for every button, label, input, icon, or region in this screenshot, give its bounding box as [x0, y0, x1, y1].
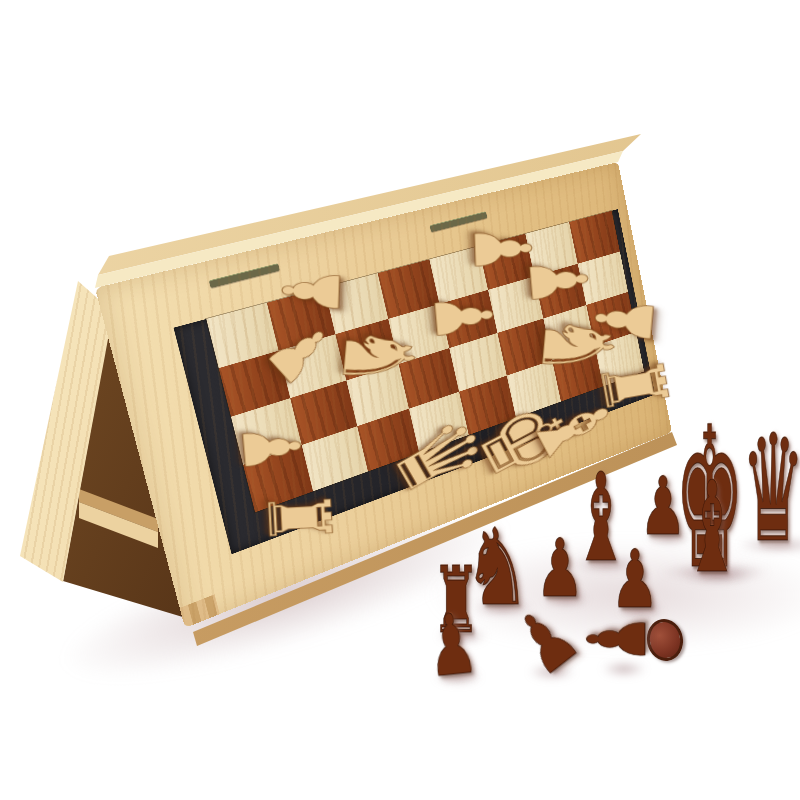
square-r1c1: [278, 334, 345, 398]
piece-contact-shadow: [602, 662, 646, 676]
square-r2c5: [497, 319, 552, 376]
square-r2c2: [346, 364, 409, 426]
checkerboard: [206, 211, 644, 513]
square-r1c4: [439, 290, 497, 348]
pieces-ground-shadow: [430, 540, 800, 650]
square-r2c0: [231, 398, 301, 465]
square-r1c3: [388, 304, 449, 364]
square-r2c4: [449, 333, 506, 392]
square-r3c0: [243, 445, 313, 512]
square-r3c2: [357, 409, 420, 472]
product-photo-chess-set: ♟♟♟♟♟♞♞♟♜♛♚♝♟♜ ♜♟♞♟♝♟♟♚♝♛♟♟: [0, 0, 800, 800]
square-r0c5: [478, 234, 534, 290]
square-r1c2: [335, 319, 399, 381]
square-r3c6: [552, 346, 604, 402]
hinge-slots: [95, 162, 618, 288]
square-r3c1: [301, 426, 367, 491]
square-r0c0: [206, 303, 278, 368]
square-r0c4: [429, 246, 487, 304]
square-r0c6: [525, 222, 578, 276]
square-r0c3: [378, 259, 439, 318]
square-r3c7: [595, 332, 644, 386]
board-black-border: [174, 209, 656, 554]
pawn-dark: ♟: [637, 467, 690, 547]
square-r1c0: [219, 351, 290, 417]
square-r3c3: [409, 392, 469, 453]
queen-dark: ♛: [737, 415, 800, 563]
piece-contact-shadow: [435, 670, 481, 684]
square-r1c7: [578, 252, 628, 305]
square-r2c7: [586, 292, 636, 346]
square-r1c6: [534, 264, 587, 319]
brass-hinge-1: [209, 263, 280, 288]
square-r0c1: [267, 288, 335, 351]
square-r0c2: [324, 273, 389, 334]
brass-hinge-2: [430, 211, 488, 232]
square-r2c1: [290, 381, 357, 445]
square-r2c6: [543, 305, 595, 360]
square-r1c5: [488, 276, 543, 333]
piece-contact-shadow: [529, 665, 574, 679]
square-r3c5: [507, 360, 561, 418]
square-r2c3: [399, 348, 459, 409]
square-r3c4: [459, 376, 516, 435]
square-r0c7: [569, 211, 620, 264]
